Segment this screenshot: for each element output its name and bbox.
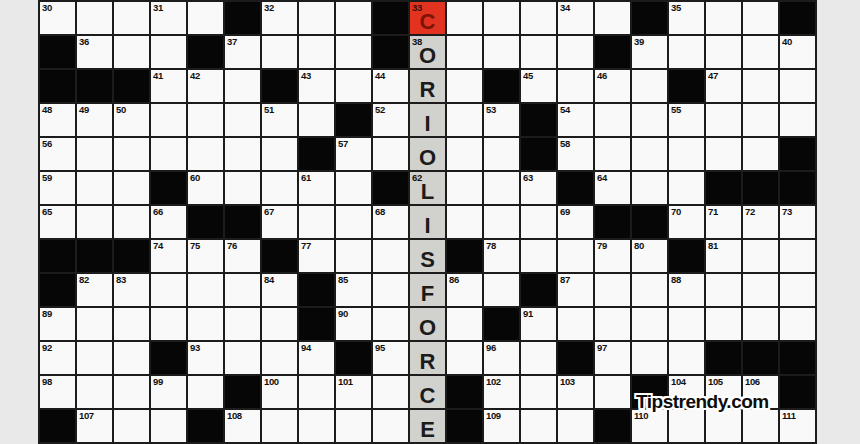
clue-number: 106: [745, 376, 760, 387]
cell-letter: R: [410, 349, 445, 374]
cell-r1-c7[interactable]: 32: [262, 2, 297, 34]
cell-r13-c21[interactable]: 111: [780, 410, 815, 442]
cell-r8-c16[interactable]: 79: [595, 240, 630, 272]
cell-r4-c2[interactable]: 49: [77, 104, 112, 136]
clue-number: 67: [264, 206, 274, 217]
cell-r4-c12[interactable]: [447, 104, 482, 136]
cell-r5-c9[interactable]: 57: [336, 138, 371, 170]
cell-r6-c5[interactable]: 60: [188, 172, 223, 204]
cell-r2-c17[interactable]: 39: [632, 36, 667, 68]
cell-r7-c11[interactable]: I: [410, 206, 445, 238]
cell-r10-c2[interactable]: [77, 308, 112, 340]
cell-r5-c2[interactable]: [77, 138, 112, 170]
cell-r2-c2[interactable]: 36: [77, 36, 112, 68]
clue-number: 77: [301, 240, 311, 251]
cell-r2-c20[interactable]: [743, 36, 778, 68]
cell-r12-c13[interactable]: 102: [484, 376, 519, 408]
cell-r6-c18[interactable]: [669, 172, 704, 204]
cell-r1-c18[interactable]: 35: [669, 2, 704, 34]
cell-r2-c6[interactable]: 37: [225, 36, 260, 68]
cell-r1-c16[interactable]: [595, 2, 630, 34]
clue-number: 69: [560, 206, 570, 217]
cell-r9-c11[interactable]: F: [410, 274, 445, 306]
cell-r6-c2[interactable]: [77, 172, 112, 204]
cell-r13-c6[interactable]: 108: [225, 410, 260, 442]
cell-r5-c12[interactable]: [447, 138, 482, 170]
cell-r3-c10[interactable]: 44: [373, 70, 408, 102]
cell-r3-c5[interactable]: 42: [188, 70, 223, 102]
cell-r1-c19[interactable]: [706, 2, 741, 34]
cell-r11-c17[interactable]: [632, 342, 667, 374]
clue-number: 44: [375, 70, 385, 81]
cell-letter: E: [410, 417, 445, 442]
clue-number: 98: [42, 376, 52, 387]
cell-r7-c3[interactable]: [114, 206, 149, 238]
cell-r3-c19[interactable]: 47: [706, 70, 741, 102]
cell-letter: L: [410, 179, 445, 204]
cell-r1-c9[interactable]: [336, 2, 371, 34]
cell-r5-c6[interactable]: [225, 138, 260, 170]
cell-r13-c14[interactable]: [521, 410, 556, 442]
cell-r1-c6: [225, 2, 260, 34]
cell-r13-c3[interactable]: [114, 410, 149, 442]
cell-r2-c9[interactable]: [336, 36, 371, 68]
clue-number: 41: [153, 70, 163, 81]
cell-r2-c4[interactable]: [151, 36, 186, 68]
cell-r5-c17[interactable]: [632, 138, 667, 170]
cell-r1-c2[interactable]: [77, 2, 112, 34]
cell-r10-c18[interactable]: [669, 308, 704, 340]
cell-r10-c11[interactable]: O: [410, 308, 445, 340]
cell-r1-c13[interactable]: [484, 2, 519, 34]
cell-r13-c4[interactable]: [151, 410, 186, 442]
clue-number: 48: [42, 104, 52, 115]
cell-r1-c15[interactable]: 34: [558, 2, 593, 34]
cell-r10-c5[interactable]: [188, 308, 223, 340]
cell-r2-c18[interactable]: [669, 36, 704, 68]
cell-r2-c13[interactable]: [484, 36, 519, 68]
cell-r1-c1[interactable]: 30: [40, 2, 75, 34]
cell-r9-c13[interactable]: [484, 274, 519, 306]
cell-r6-c19: [706, 172, 741, 204]
cell-r7-c12[interactable]: [447, 206, 482, 238]
cell-r7-c19[interactable]: 71: [706, 206, 741, 238]
cell-r12-c8[interactable]: [299, 376, 334, 408]
cell-r8-c6[interactable]: 76: [225, 240, 260, 272]
cell-r3-c2: [77, 70, 112, 102]
clue-number: 93: [190, 342, 200, 353]
cell-r5-c3[interactable]: [114, 138, 149, 170]
cell-r9-c6[interactable]: [225, 274, 260, 306]
cell-r7-c7[interactable]: 67: [262, 206, 297, 238]
cell-r1-c20[interactable]: [743, 2, 778, 34]
cell-r10-c13: [484, 308, 519, 340]
cell-r6-c13[interactable]: [484, 172, 519, 204]
clue-number: 111: [782, 410, 796, 421]
cell-r3-c4[interactable]: 41: [151, 70, 186, 102]
clue-number: 57: [338, 138, 348, 149]
cell-r3-c1: [40, 70, 75, 102]
cell-r4-c13[interactable]: 53: [484, 104, 519, 136]
crossword-grid: 30313233C3435363738O394041424344R4546474…: [38, 0, 817, 444]
cell-r2-c19[interactable]: [706, 36, 741, 68]
cell-r9-c9[interactable]: 85: [336, 274, 371, 306]
cell-r3-c11[interactable]: R: [410, 70, 445, 102]
cell-letter: I: [410, 213, 445, 238]
cell-r10-c9[interactable]: 90: [336, 308, 371, 340]
clue-number: 107: [79, 410, 94, 421]
cell-r2-c11[interactable]: 38O: [410, 36, 445, 68]
cell-r6-c21: [780, 172, 815, 204]
cell-r10-c14[interactable]: 91: [521, 308, 556, 340]
cell-r12-c16[interactable]: [595, 376, 630, 408]
cell-r7-c2[interactable]: [77, 206, 112, 238]
clue-number: 51: [264, 104, 274, 115]
cell-r1-c5[interactable]: [188, 2, 223, 34]
cell-r7-c4[interactable]: 66: [151, 206, 186, 238]
cell-r1-c10: [373, 2, 408, 34]
cell-r13-c17[interactable]: 110: [632, 410, 667, 442]
cell-r3-c15[interactable]: [558, 70, 593, 102]
cell-r11-c14[interactable]: [521, 342, 556, 374]
cell-r13-c13[interactable]: 109: [484, 410, 519, 442]
cell-r3-c9[interactable]: [336, 70, 371, 102]
cell-r8-c10[interactable]: [373, 240, 408, 272]
crossword-screenshot: 30313233C3435363738O394041424344R4546474…: [0, 0, 860, 444]
cell-r12-c4[interactable]: 99: [151, 376, 186, 408]
cell-r12-c9[interactable]: 101: [336, 376, 371, 408]
clue-number: 63: [523, 172, 533, 183]
cell-letter: F: [410, 281, 445, 306]
cell-r4-c15[interactable]: 54: [558, 104, 593, 136]
cell-r3-c17[interactable]: [632, 70, 667, 102]
cell-r9-c5[interactable]: [188, 274, 223, 306]
cell-r8-c7: [262, 240, 297, 272]
clue-number: 91: [523, 308, 533, 319]
cell-r13-c1: [40, 410, 75, 442]
cell-r8-c12: [447, 240, 482, 272]
cell-r6-c8[interactable]: 61: [299, 172, 334, 204]
cell-r3-c16[interactable]: 46: [595, 70, 630, 102]
cell-r11-c16[interactable]: 97: [595, 342, 630, 374]
cell-r4-c10[interactable]: 52: [373, 104, 408, 136]
cell-r13-c12: [447, 410, 482, 442]
clue-number: 86: [449, 274, 459, 285]
clue-number: 99: [153, 376, 163, 387]
cell-r3-c14[interactable]: 45: [521, 70, 556, 102]
cell-r9-c20[interactable]: [743, 274, 778, 306]
clue-number: 94: [301, 342, 311, 353]
cell-r7-c9[interactable]: [336, 206, 371, 238]
cell-r6-c17[interactable]: [632, 172, 667, 204]
clue-number: 34: [560, 2, 570, 13]
cell-letter: R: [410, 77, 445, 102]
cell-r6-c12[interactable]: [447, 172, 482, 204]
cell-r8-c13[interactable]: 78: [484, 240, 519, 272]
cell-r11-c6[interactable]: [225, 342, 260, 374]
cell-r4-c5[interactable]: [188, 104, 223, 136]
cell-r1-c8[interactable]: [299, 2, 334, 34]
cell-r4-c4[interactable]: [151, 104, 186, 136]
cell-r9-c15[interactable]: 87: [558, 274, 593, 306]
cell-r5-c5[interactable]: [188, 138, 223, 170]
cell-r5-c8: [299, 138, 334, 170]
cell-r9-c17[interactable]: [632, 274, 667, 306]
cell-r10-c1[interactable]: 89: [40, 308, 75, 340]
cell-r9-c12[interactable]: 86: [447, 274, 482, 306]
cell-r6-c16[interactable]: 64: [595, 172, 630, 204]
cell-r12-c11[interactable]: C: [410, 376, 445, 408]
cell-r5-c15[interactable]: 58: [558, 138, 593, 170]
cell-r2-c7[interactable]: [262, 36, 297, 68]
cell-r12-c3[interactable]: [114, 376, 149, 408]
cell-r10-c17[interactable]: [632, 308, 667, 340]
clue-number: 32: [264, 2, 274, 13]
cell-r7-c17: [632, 206, 667, 238]
cell-r2-c8[interactable]: [299, 36, 334, 68]
cell-r13-c5: [188, 410, 223, 442]
clue-number: 56: [42, 138, 52, 149]
clue-number: 96: [486, 342, 496, 353]
cell-r10-c19[interactable]: [706, 308, 741, 340]
cell-r6-c9[interactable]: [336, 172, 371, 204]
cell-r12-c7[interactable]: 100: [262, 376, 297, 408]
cell-r11-c13[interactable]: 96: [484, 342, 519, 374]
cell-r9-c18[interactable]: 88: [669, 274, 704, 306]
cell-r4-c17[interactable]: [632, 104, 667, 136]
cell-r5-c1[interactable]: 56: [40, 138, 75, 170]
cell-r5-c7[interactable]: [262, 138, 297, 170]
cell-r1-c12[interactable]: [447, 2, 482, 34]
clue-number: 95: [375, 342, 385, 353]
cell-r6-c11[interactable]: 62L: [410, 172, 445, 204]
clue-number: 75: [190, 240, 200, 251]
cell-r4-c16[interactable]: [595, 104, 630, 136]
clue-number: 39: [634, 36, 644, 47]
cell-r7-c8[interactable]: [299, 206, 334, 238]
cell-r9-c2[interactable]: 82: [77, 274, 112, 306]
cell-r6-c15: [558, 172, 593, 204]
cell-r7-c15[interactable]: 69: [558, 206, 593, 238]
cell-r9-c16[interactable]: [595, 274, 630, 306]
cell-r13-c2[interactable]: 107: [77, 410, 112, 442]
cell-r8-c9[interactable]: [336, 240, 371, 272]
cell-r12-c14[interactable]: [521, 376, 556, 408]
clue-number: 68: [375, 206, 385, 217]
cell-r11-c4: [151, 342, 186, 374]
cell-r9-c7[interactable]: 84: [262, 274, 297, 306]
cell-r2-c12[interactable]: [447, 36, 482, 68]
cell-r7-c13[interactable]: [484, 206, 519, 238]
cell-r13-c11[interactable]: E: [410, 410, 445, 442]
cell-r6-c14[interactable]: 63: [521, 172, 556, 204]
cell-r10-c4[interactable]: [151, 308, 186, 340]
clue-number: 70: [671, 206, 681, 217]
cell-r2-c3[interactable]: [114, 36, 149, 68]
cell-r11-c7[interactable]: [262, 342, 297, 374]
cell-r8-c14[interactable]: [521, 240, 556, 272]
cell-r3-c13: [484, 70, 519, 102]
cell-r7-c16: [595, 206, 630, 238]
clue-number: 43: [301, 70, 311, 81]
cell-r12-c10[interactable]: [373, 376, 408, 408]
cell-r8-c18: [669, 240, 704, 272]
cell-r13-c20[interactable]: [743, 410, 778, 442]
cell-r4-c18[interactable]: 55: [669, 104, 704, 136]
cell-r5-c16[interactable]: [595, 138, 630, 170]
cell-r10-c3[interactable]: [114, 308, 149, 340]
cell-r12-c1[interactable]: 98: [40, 376, 75, 408]
cell-r1-c3[interactable]: [114, 2, 149, 34]
cell-r11-c9: [336, 342, 371, 374]
cell-r3-c21[interactable]: [780, 70, 815, 102]
cell-r13-c19[interactable]: [706, 410, 741, 442]
cell-r10-c15[interactable]: [558, 308, 593, 340]
clue-number: 90: [338, 308, 348, 319]
cell-letter: C: [410, 9, 445, 34]
cell-r10-c7[interactable]: [262, 308, 297, 340]
cell-r11-c2[interactable]: [77, 342, 112, 374]
cell-r12-c5[interactable]: [188, 376, 223, 408]
cell-r7-c1[interactable]: 65: [40, 206, 75, 238]
cell-r4-c6[interactable]: [225, 104, 260, 136]
cell-r10-c12[interactable]: [447, 308, 482, 340]
cell-r1-c14[interactable]: [521, 2, 556, 34]
cell-r12-c2[interactable]: [77, 376, 112, 408]
clue-number: 105: [708, 376, 723, 387]
cell-r7-c14[interactable]: [521, 206, 556, 238]
cell-r11-c21: [780, 342, 815, 374]
cell-r9-c19[interactable]: [706, 274, 741, 306]
cell-letter: O: [410, 315, 445, 340]
cell-r9-c10[interactable]: [373, 274, 408, 306]
clue-number: 84: [264, 274, 274, 285]
cell-r4-c20[interactable]: [743, 104, 778, 136]
cell-r11-c3[interactable]: [114, 342, 149, 374]
cell-r13-c10[interactable]: [373, 410, 408, 442]
clue-number: 100: [264, 376, 279, 387]
cell-r3-c20[interactable]: [743, 70, 778, 102]
cell-r6-c3[interactable]: [114, 172, 149, 204]
cell-r3-c8[interactable]: 43: [299, 70, 334, 102]
cell-r8-c15[interactable]: [558, 240, 593, 272]
cell-r7-c5: [188, 206, 223, 238]
clue-number: 78: [486, 240, 496, 251]
cell-r9-c3[interactable]: 83: [114, 274, 149, 306]
cell-r8-c5[interactable]: 75: [188, 240, 223, 272]
cell-r8-c20[interactable]: [743, 240, 778, 272]
clue-number: 71: [708, 206, 718, 217]
cell-r8-c17[interactable]: 80: [632, 240, 667, 272]
cell-r10-c6[interactable]: [225, 308, 260, 340]
cell-r5-c4[interactable]: [151, 138, 186, 170]
cell-r4-c8[interactable]: [299, 104, 334, 136]
cell-r11-c12[interactable]: [447, 342, 482, 374]
cell-r2-c21[interactable]: 40: [780, 36, 815, 68]
cell-r4-c19[interactable]: [706, 104, 741, 136]
cell-r12-c15[interactable]: 103: [558, 376, 593, 408]
clue-number: 74: [153, 240, 163, 251]
cell-r4-c21[interactable]: [780, 104, 815, 136]
cell-r2-c14[interactable]: [521, 36, 556, 68]
clue-number: 109: [486, 410, 501, 421]
cell-r9-c4[interactable]: [151, 274, 186, 306]
cell-r6-c7[interactable]: [262, 172, 297, 204]
cell-r4-c7[interactable]: 51: [262, 104, 297, 136]
cell-r6-c6[interactable]: [225, 172, 260, 204]
cell-r13-c18[interactable]: [669, 410, 704, 442]
cell-r11-c5[interactable]: 93: [188, 342, 223, 374]
cell-r9-c21[interactable]: [780, 274, 815, 306]
cell-r7-c10[interactable]: 68: [373, 206, 408, 238]
clue-number: 65: [42, 206, 52, 217]
clue-number: 55: [671, 104, 681, 115]
cell-letter: O: [410, 145, 445, 170]
cell-r2-c5: [188, 36, 223, 68]
cell-r8-c4[interactable]: 74: [151, 240, 186, 272]
cell-r13-c15[interactable]: [558, 410, 593, 442]
cell-r11-c8[interactable]: 94: [299, 342, 334, 374]
cell-r7-c21[interactable]: 73: [780, 206, 815, 238]
cell-r1-c4[interactable]: 31: [151, 2, 186, 34]
cell-r5-c10[interactable]: [373, 138, 408, 170]
cell-r13-c9[interactable]: [336, 410, 371, 442]
cell-r10-c16[interactable]: [595, 308, 630, 340]
clue-number: 73: [782, 206, 792, 217]
cell-r4-c1[interactable]: 48: [40, 104, 75, 136]
cell-r8-c11[interactable]: S: [410, 240, 445, 272]
cell-r5-c11[interactable]: O: [410, 138, 445, 170]
clue-number: 81: [708, 240, 718, 251]
cell-r3-c12[interactable]: [447, 70, 482, 102]
cell-r11-c10[interactable]: 95: [373, 342, 408, 374]
clue-number: 54: [560, 104, 570, 115]
cell-r5-c13[interactable]: [484, 138, 519, 170]
cell-r8-c8[interactable]: 77: [299, 240, 334, 272]
cell-r5-c18[interactable]: [669, 138, 704, 170]
cell-r10-c21[interactable]: [780, 308, 815, 340]
cell-r5-c19[interactable]: [706, 138, 741, 170]
cell-r10-c20[interactable]: [743, 308, 778, 340]
cell-r11-c1[interactable]: 92: [40, 342, 75, 374]
clue-number: 76: [227, 240, 237, 251]
clue-number: 47: [708, 70, 718, 81]
cell-r5-c20[interactable]: [743, 138, 778, 170]
cell-r1-c11[interactable]: 33C: [410, 2, 445, 34]
cell-r13-c8[interactable]: [299, 410, 334, 442]
cell-r9-c14: [521, 274, 556, 306]
cell-r8-c21[interactable]: [780, 240, 815, 272]
cell-r12-c21: [780, 376, 815, 408]
cell-r6-c4: [151, 172, 186, 204]
cell-r11-c11[interactable]: R: [410, 342, 445, 374]
cell-r11-c18[interactable]: [669, 342, 704, 374]
cell-r8-c19[interactable]: 81: [706, 240, 741, 272]
cell-r13-c7[interactable]: [262, 410, 297, 442]
cell-r4-c3[interactable]: 50: [114, 104, 149, 136]
cell-r10-c10[interactable]: [373, 308, 408, 340]
cell-r8-c3: [114, 240, 149, 272]
cell-r7-c20[interactable]: 72: [743, 206, 778, 238]
cell-r4-c14: [521, 104, 556, 136]
cell-r4-c11[interactable]: I: [410, 104, 445, 136]
cell-r7-c18[interactable]: 70: [669, 206, 704, 238]
cell-r8-c1: [40, 240, 75, 272]
cell-letter: C: [410, 383, 445, 408]
cell-r3-c6[interactable]: [225, 70, 260, 102]
cell-r6-c1[interactable]: 59: [40, 172, 75, 204]
cell-r2-c15[interactable]: [558, 36, 593, 68]
